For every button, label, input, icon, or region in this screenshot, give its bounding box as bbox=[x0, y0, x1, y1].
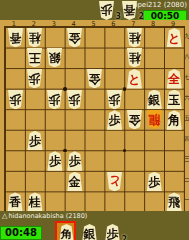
piece-と-gote[interactable]: と bbox=[126, 69, 143, 89]
piece-桂-gote[interactable]: 桂 bbox=[26, 192, 43, 212]
piece-金-sente[interactable]: 金 bbox=[66, 28, 83, 48]
piece-歩-sente[interactable]: 歩 bbox=[7, 90, 24, 110]
piece-金-sente[interactable]: 金 bbox=[126, 110, 143, 130]
hand-tile-銀: 銀 bbox=[81, 224, 98, 240]
piece-桂-sente[interactable]: 桂 bbox=[126, 48, 143, 68]
hand-tile-歩: 歩 bbox=[98, 1, 115, 20]
shogi-board[interactable]: 香桂金桂と王銀桂歩金と全歩歩歩歩銀玉歩金龍角歩歩歩金と歩香桂飛 bbox=[4, 26, 185, 213]
piece-銀-gote[interactable]: 銀 bbox=[146, 90, 163, 110]
hand-tile-香: 香 bbox=[121, 1, 138, 20]
piece-歩-gote[interactable]: 歩 bbox=[46, 151, 63, 171]
bottom-player-name: △hidanonakabisha (2180) bbox=[2, 212, 87, 220]
hand-piece-角[interactable]: 角 bbox=[55, 221, 76, 240]
piece-歩-gote[interactable]: 歩 bbox=[66, 151, 83, 171]
hand-piece-歩[interactable]: 歩3 bbox=[98, 1, 116, 21]
star-point bbox=[123, 87, 127, 91]
piece-角-gote[interactable]: 角 bbox=[166, 110, 183, 130]
piece-桂-sente[interactable]: 桂 bbox=[26, 28, 43, 48]
hand-count: 2 bbox=[121, 235, 127, 240]
gote-icon: △ bbox=[2, 212, 7, 220]
top-player-bar: ▲ippei212 (2080) 00:50 歩3香2 bbox=[0, 0, 189, 20]
piece-香-gote[interactable]: 香 bbox=[7, 192, 24, 212]
piece-と-sente[interactable]: と bbox=[106, 172, 123, 192]
top-captured-tray[interactable]: 歩3香2 bbox=[98, 1, 139, 21]
piece-王-sente[interactable]: 王 bbox=[26, 48, 43, 68]
piece-龍-sente[interactable]: 龍 bbox=[146, 110, 163, 130]
piece-歩-gote[interactable]: 歩 bbox=[26, 131, 43, 151]
hand-tile-歩: 歩 bbox=[104, 224, 121, 240]
piece-銀-sente[interactable]: 銀 bbox=[46, 48, 63, 68]
piece-金-gote[interactable]: 金 bbox=[66, 172, 83, 192]
bottom-player-clock: 00:48 bbox=[0, 226, 42, 240]
piece-飛-gote[interactable]: 飛 bbox=[166, 192, 183, 212]
piece-歩-sente[interactable]: 歩 bbox=[106, 90, 123, 110]
piece-桂-sente[interactable]: 桂 bbox=[126, 28, 143, 48]
piece-と-gote[interactable]: と bbox=[166, 28, 183, 48]
hand-tile-角: 角 bbox=[59, 224, 75, 240]
star-point bbox=[63, 87, 67, 91]
piece-全-gote[interactable]: 全 bbox=[166, 69, 183, 89]
piece-歩-sente[interactable]: 歩 bbox=[46, 90, 63, 110]
star-point bbox=[123, 149, 127, 153]
piece-玉-gote[interactable]: 玉 bbox=[166, 90, 183, 110]
bottom-captured-tray[interactable]: 角銀歩2 bbox=[55, 221, 122, 240]
bottom-player-bar: △hidanonakabisha (2180) 00:48 角銀歩2 bbox=[0, 211, 189, 240]
piece-歩-sente[interactable]: 歩 bbox=[26, 69, 43, 89]
piece-金-sente[interactable]: 金 bbox=[86, 69, 103, 89]
piece-香-sente[interactable]: 香 bbox=[7, 28, 24, 48]
hand-piece-香[interactable]: 香2 bbox=[121, 1, 139, 21]
piece-歩-gote[interactable]: 歩 bbox=[106, 110, 123, 130]
hand-piece-歩[interactable]: 歩2 bbox=[104, 224, 122, 240]
piece-歩-gote[interactable]: 歩 bbox=[146, 172, 163, 192]
star-point bbox=[63, 149, 67, 153]
piece-歩-sente[interactable]: 歩 bbox=[66, 90, 83, 110]
hand-piece-銀[interactable]: 銀 bbox=[81, 224, 99, 240]
